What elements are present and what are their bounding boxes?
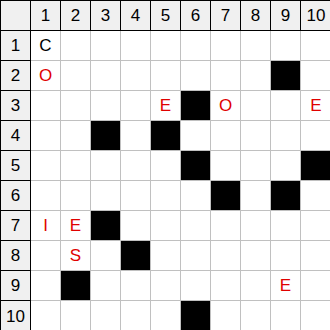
cell-r8c10[interactable] xyxy=(301,241,330,271)
cell-r4c8[interactable] xyxy=(241,121,271,151)
cell-r1c3[interactable] xyxy=(91,31,121,61)
cell-r7c8[interactable] xyxy=(241,211,271,241)
col-header-6: 6 xyxy=(181,1,211,31)
cell-r7c7[interactable] xyxy=(211,211,241,241)
cell-r1c10[interactable] xyxy=(301,31,330,61)
cell-r4c1[interactable] xyxy=(31,121,61,151)
cell-r10c2[interactable] xyxy=(61,301,91,330)
cell-r5c7[interactable] xyxy=(211,151,241,181)
cell-r9c5[interactable] xyxy=(151,271,181,301)
cell-r10c5[interactable] xyxy=(151,301,181,330)
cell-r7c2[interactable]: E xyxy=(61,211,91,241)
row-header-10: 10 xyxy=(1,301,31,330)
row-header-9: 9 xyxy=(1,271,31,301)
cell-r10c8[interactable] xyxy=(241,301,271,330)
cell-r6c2[interactable] xyxy=(61,181,91,211)
cell-r6c5[interactable] xyxy=(151,181,181,211)
cell-r9c2[interactable] xyxy=(61,271,91,301)
cell-r6c4[interactable] xyxy=(121,181,151,211)
cell-r7c6[interactable] xyxy=(181,211,211,241)
col-header-7: 7 xyxy=(211,1,241,31)
cell-r3c3[interactable] xyxy=(91,91,121,121)
cell-r4c7[interactable] xyxy=(211,121,241,151)
cell-r9c1[interactable] xyxy=(31,271,61,301)
cell-r2c5[interactable] xyxy=(151,61,181,91)
cell-r5c10[interactable] xyxy=(301,151,330,181)
cell-r10c3[interactable] xyxy=(91,301,121,330)
col-header-1: 1 xyxy=(31,1,61,31)
cell-r6c7[interactable] xyxy=(211,181,241,211)
col-header-9: 9 xyxy=(271,1,301,31)
cell-r6c9[interactable] xyxy=(271,181,301,211)
row-header-8: 8 xyxy=(1,241,31,271)
row-header-3: 3 xyxy=(1,91,31,121)
cell-r10c7[interactable] xyxy=(211,301,241,330)
cell-r9c8[interactable] xyxy=(241,271,271,301)
row-header-4: 4 xyxy=(1,121,31,151)
cell-r10c4[interactable] xyxy=(121,301,151,330)
cell-r3c5[interactable]: E xyxy=(151,91,181,121)
cell-r2c7[interactable] xyxy=(211,61,241,91)
cell-r3c7[interactable]: O xyxy=(211,91,241,121)
col-header-2: 2 xyxy=(61,1,91,31)
cell-r5c3[interactable] xyxy=(91,151,121,181)
cell-r7c10[interactable] xyxy=(301,211,330,241)
cell-r2c6[interactable] xyxy=(181,61,211,91)
col-header-8: 8 xyxy=(241,1,271,31)
cell-r7c1[interactable]: I xyxy=(31,211,61,241)
cell-r4c3[interactable] xyxy=(91,121,121,151)
cell-r1c7[interactable] xyxy=(211,31,241,61)
row-header-5: 5 xyxy=(1,151,31,181)
cell-r2c10[interactable] xyxy=(301,61,330,91)
cell-r4c9[interactable] xyxy=(271,121,301,151)
cell-r3c2[interactable] xyxy=(61,91,91,121)
cell-r7c4[interactable] xyxy=(121,211,151,241)
col-header-10: 10 xyxy=(301,1,330,31)
cell-r2c8[interactable] xyxy=(241,61,271,91)
cell-r8c2[interactable]: S xyxy=(61,241,91,271)
cell-r1c5[interactable] xyxy=(151,31,181,61)
cell-r9c4[interactable] xyxy=(121,271,151,301)
cell-r7c9[interactable] xyxy=(271,211,301,241)
cell-r9c3[interactable] xyxy=(91,271,121,301)
cell-r5c5[interactable] xyxy=(151,151,181,181)
col-header-4: 4 xyxy=(121,1,151,31)
cell-r8c6[interactable] xyxy=(181,241,211,271)
cell-r10c9[interactable] xyxy=(271,301,301,330)
cell-r6c10[interactable] xyxy=(301,181,330,211)
cell-r8c4[interactable] xyxy=(121,241,151,271)
cell-r1c2[interactable] xyxy=(61,31,91,61)
cell-r5c4[interactable] xyxy=(121,151,151,181)
cell-r8c8[interactable] xyxy=(241,241,271,271)
cell-r4c5[interactable] xyxy=(151,121,181,151)
cell-r6c6[interactable] xyxy=(181,181,211,211)
corner-cell xyxy=(1,1,31,31)
cell-r4c4[interactable] xyxy=(121,121,151,151)
cell-r8c5[interactable] xyxy=(151,241,181,271)
cell-r8c7[interactable] xyxy=(211,241,241,271)
cell-r10c6[interactable] xyxy=(181,301,211,330)
cell-r1c9[interactable] xyxy=(271,31,301,61)
cell-r5c1[interactable] xyxy=(31,151,61,181)
col-header-3: 3 xyxy=(91,1,121,31)
cell-r3c6[interactable] xyxy=(181,91,211,121)
cell-r6c3[interactable] xyxy=(91,181,121,211)
cell-r8c9[interactable] xyxy=(271,241,301,271)
cell-r5c9[interactable] xyxy=(271,151,301,181)
cell-r3c9[interactable] xyxy=(271,91,301,121)
cell-r10c10[interactable] xyxy=(301,301,330,330)
cell-r3c8[interactable] xyxy=(241,91,271,121)
cell-r1c1[interactable]: C xyxy=(31,31,61,61)
cell-r10c1[interactable] xyxy=(31,301,61,330)
row-header-2: 2 xyxy=(1,61,31,91)
cell-r3c4[interactable] xyxy=(121,91,151,121)
cell-r9c7[interactable] xyxy=(211,271,241,301)
cell-r8c3[interactable] xyxy=(91,241,121,271)
cell-r4c10[interactable] xyxy=(301,121,330,151)
cell-r5c8[interactable] xyxy=(241,151,271,181)
cell-r9c6[interactable] xyxy=(181,271,211,301)
cell-r9c10[interactable] xyxy=(301,271,330,301)
cell-r6c1[interactable] xyxy=(31,181,61,211)
row-header-1: 1 xyxy=(1,31,31,61)
cell-r2c1[interactable]: O xyxy=(31,61,61,91)
cell-r2c3[interactable] xyxy=(91,61,121,91)
puzzle-board: 123456789101C2O3EOE4567IE8S9E10 xyxy=(0,0,330,330)
cell-r7c5[interactable] xyxy=(151,211,181,241)
cell-r1c8[interactable] xyxy=(241,31,271,61)
cell-r2c2[interactable] xyxy=(61,61,91,91)
cell-r8c1[interactable] xyxy=(31,241,61,271)
col-header-5: 5 xyxy=(151,1,181,31)
row-header-7: 7 xyxy=(1,211,31,241)
cell-r6c8[interactable] xyxy=(241,181,271,211)
cell-r4c2[interactable] xyxy=(61,121,91,151)
cell-r2c9[interactable] xyxy=(271,61,301,91)
cell-r5c2[interactable] xyxy=(61,151,91,181)
cell-r1c6[interactable] xyxy=(181,31,211,61)
cell-r3c10[interactable]: E xyxy=(301,91,330,121)
cell-r2c4[interactable] xyxy=(121,61,151,91)
cell-r9c9[interactable]: E xyxy=(271,271,301,301)
cell-r5c6[interactable] xyxy=(181,151,211,181)
cell-r4c6[interactable] xyxy=(181,121,211,151)
cell-r7c3[interactable] xyxy=(91,211,121,241)
cell-r1c4[interactable] xyxy=(121,31,151,61)
row-header-6: 6 xyxy=(1,181,31,211)
cell-r3c1[interactable] xyxy=(31,91,61,121)
